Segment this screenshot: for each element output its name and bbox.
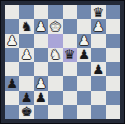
square-g3[interactable] xyxy=(91,76,105,90)
square-a1[interactable] xyxy=(5,105,19,119)
square-f8[interactable] xyxy=(77,5,91,19)
square-a5[interactable] xyxy=(5,48,19,62)
square-g4[interactable]: ♟ xyxy=(91,62,105,76)
square-e1[interactable] xyxy=(63,105,77,119)
square-g1[interactable] xyxy=(91,105,105,119)
black-pawn-icon[interactable]: ♟ xyxy=(78,48,90,61)
square-h1[interactable] xyxy=(106,105,120,119)
square-e2[interactable] xyxy=(63,91,77,105)
white-pawn-icon[interactable]: ♟ xyxy=(6,34,18,47)
black-queen-icon[interactable]: ♛ xyxy=(93,5,105,18)
square-h7[interactable] xyxy=(106,19,120,33)
square-b4[interactable] xyxy=(19,62,33,76)
square-a8[interactable] xyxy=(5,5,19,19)
square-b2[interactable]: ♟ xyxy=(19,91,33,105)
square-d1[interactable] xyxy=(48,105,62,119)
square-a3[interactable]: ♟ xyxy=(5,76,19,90)
white-king-icon[interactable]: ♚ xyxy=(49,19,61,32)
square-f1[interactable] xyxy=(77,105,91,119)
black-pawn-icon[interactable]: ♟ xyxy=(6,76,18,89)
square-g6[interactable] xyxy=(91,34,105,48)
square-g2[interactable] xyxy=(91,91,105,105)
square-b8[interactable] xyxy=(19,5,33,19)
square-b6[interactable] xyxy=(19,34,33,48)
square-h8[interactable] xyxy=(106,5,120,19)
black-pawn-icon[interactable]: ♟ xyxy=(35,91,47,104)
square-c6[interactable] xyxy=(34,34,48,48)
square-e7[interactable] xyxy=(63,19,77,33)
square-a2[interactable] xyxy=(5,91,19,105)
square-h6[interactable] xyxy=(106,34,120,48)
square-c5[interactable] xyxy=(34,48,48,62)
square-a4[interactable] xyxy=(5,62,19,76)
square-d8[interactable] xyxy=(48,5,62,19)
square-d5[interactable]: ♞ xyxy=(48,48,62,62)
square-b3[interactable] xyxy=(19,76,33,90)
square-e5[interactable]: ♛ xyxy=(63,48,77,62)
white-pawn-icon[interactable]: ♟ xyxy=(93,19,105,32)
square-f6[interactable]: ♟ xyxy=(77,34,91,48)
square-d3[interactable] xyxy=(48,76,62,90)
square-e3[interactable] xyxy=(63,76,77,90)
white-pawn-icon[interactable]: ♟ xyxy=(35,76,47,89)
square-f7[interactable] xyxy=(77,19,91,33)
square-f4[interactable] xyxy=(77,62,91,76)
square-a6[interactable]: ♟ xyxy=(5,34,19,48)
square-h4[interactable] xyxy=(106,62,120,76)
square-c7[interactable]: ♟ xyxy=(34,19,48,33)
square-c4[interactable] xyxy=(34,62,48,76)
square-g7[interactable]: ♟ xyxy=(91,19,105,33)
square-d6[interactable] xyxy=(48,34,62,48)
square-d7[interactable]: ♚ xyxy=(48,19,62,33)
square-c2[interactable]: ♟ xyxy=(34,91,48,105)
black-pawn-icon[interactable]: ♟ xyxy=(21,91,33,104)
square-h2[interactable] xyxy=(106,91,120,105)
black-queen-icon[interactable]: ♛ xyxy=(64,48,76,61)
square-f5[interactable]: ♟ xyxy=(77,48,91,62)
square-c8[interactable] xyxy=(34,5,48,19)
white-knight-icon[interactable]: ♞ xyxy=(49,48,61,61)
square-c1[interactable] xyxy=(34,105,48,119)
square-e4[interactable] xyxy=(63,62,77,76)
square-b1[interactable]: ♚ xyxy=(19,105,33,119)
white-pawn-icon[interactable]: ♟ xyxy=(35,19,47,32)
square-f3[interactable] xyxy=(77,76,91,90)
square-g8[interactable]: ♛ xyxy=(91,5,105,19)
chess-board-frame: ♛♞♟♚♟♟♟♟♞♛♟♟♟♟♟♟♚ xyxy=(0,0,125,124)
black-pawn-icon[interactable]: ♟ xyxy=(93,62,105,75)
square-g5[interactable] xyxy=(91,48,105,62)
square-a7[interactable] xyxy=(5,19,19,33)
black-knight-icon[interactable]: ♞ xyxy=(21,19,33,32)
black-king-icon[interactable]: ♚ xyxy=(21,105,33,118)
square-d4[interactable] xyxy=(48,62,62,76)
square-b7[interactable]: ♞ xyxy=(19,19,33,33)
square-d2[interactable] xyxy=(48,91,62,105)
square-f2[interactable] xyxy=(77,91,91,105)
white-pawn-icon[interactable]: ♟ xyxy=(21,48,33,61)
white-pawn-icon[interactable]: ♟ xyxy=(78,34,90,47)
square-h5[interactable] xyxy=(106,48,120,62)
chess-board: ♛♞♟♚♟♟♟♟♞♛♟♟♟♟♟♟♚ xyxy=(5,5,120,119)
square-e6[interactable] xyxy=(63,34,77,48)
square-h3[interactable] xyxy=(106,76,120,90)
square-c3[interactable]: ♟ xyxy=(34,76,48,90)
square-b5[interactable]: ♟ xyxy=(19,48,33,62)
square-e8[interactable] xyxy=(63,5,77,19)
